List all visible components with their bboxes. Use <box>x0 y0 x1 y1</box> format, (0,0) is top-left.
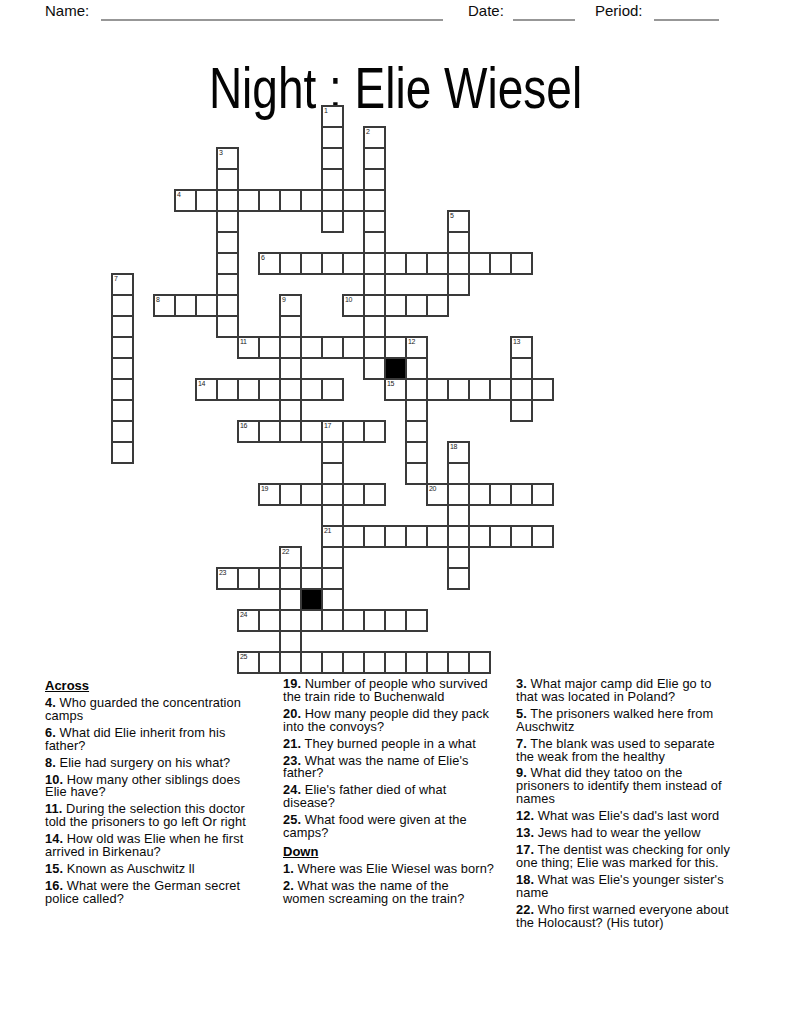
grid-cell[interactable] <box>426 252 449 275</box>
name-blank-line[interactable] <box>101 1 443 21</box>
clue-num-label: 8. <box>45 755 56 770</box>
grid-cell[interactable] <box>405 420 428 443</box>
grid-cell[interactable] <box>321 252 344 275</box>
grid-cell[interactable] <box>216 315 239 338</box>
clue-number-6: 6 <box>261 254 265 262</box>
clue-across-10: 10. How many other siblings does Elie ha… <box>45 774 261 800</box>
clue-number-2: 2 <box>366 128 370 136</box>
clue-down-7: 7. The blank was used to separate the we… <box>516 738 732 764</box>
grid-cell[interactable] <box>174 294 197 317</box>
clue-number-7: 7 <box>114 275 118 283</box>
grid-cell[interactable] <box>405 378 428 401</box>
grid-cell[interactable] <box>363 483 386 506</box>
clue-text: During the selection this doctor told th… <box>45 801 246 829</box>
grid-cell[interactable] <box>489 483 512 506</box>
clue-across-25: 25. What food were given at the camps? <box>283 814 499 840</box>
grid-cell[interactable] <box>321 504 344 527</box>
clue-text: How many people did they pack into the c… <box>283 706 489 734</box>
grid-cell[interactable] <box>216 252 239 275</box>
grid-cell[interactable] <box>384 651 407 674</box>
grid-cell[interactable] <box>405 651 428 674</box>
black-cell <box>384 357 407 380</box>
across-heading: Across <box>45 678 261 693</box>
grid-cell[interactable]: 19 <box>258 483 281 506</box>
grid-cell[interactable] <box>321 546 344 569</box>
grid-cell[interactable] <box>195 189 218 212</box>
grid-cell[interactable] <box>321 168 344 191</box>
grid-cell[interactable] <box>321 441 344 464</box>
grid-cell[interactable] <box>300 651 323 674</box>
clue-down-12: 12. What was Elie's dad's last word <box>516 810 732 823</box>
grid-cell[interactable] <box>363 231 386 254</box>
grid-cell[interactable] <box>300 567 323 590</box>
grid-cell[interactable]: 20 <box>426 483 449 506</box>
grid-cell[interactable]: 14 <box>195 378 218 401</box>
grid-cell[interactable] <box>426 651 449 674</box>
grid-cell[interactable] <box>405 252 428 275</box>
grid-cell[interactable] <box>279 378 302 401</box>
clue-text: The dentist was checking for only one th… <box>516 842 730 870</box>
grid-cell[interactable] <box>321 378 344 401</box>
grid-cell[interactable] <box>321 651 344 674</box>
clue-text: What was Elie's younger sister's name <box>516 872 724 900</box>
clue-down-17: 17. The dentist was checking for only on… <box>516 844 732 870</box>
grid-cell[interactable] <box>363 315 386 338</box>
grid-cell[interactable] <box>321 189 344 212</box>
grid-cell[interactable] <box>279 399 302 422</box>
grid-cell[interactable] <box>426 294 449 317</box>
grid-cell[interactable] <box>111 294 134 317</box>
grid-cell[interactable] <box>426 525 449 548</box>
clue-down-18: 18. What was Elie's younger sister's nam… <box>516 874 732 900</box>
grid-cell[interactable] <box>279 420 302 443</box>
grid-cell[interactable] <box>321 462 344 485</box>
clue-number-13: 13 <box>513 338 520 346</box>
grid-cell[interactable] <box>405 399 428 422</box>
grid-cell[interactable] <box>321 567 344 590</box>
grid-cell[interactable]: 9 <box>279 294 302 317</box>
clue-column-1: Across4. Who guarded the concentration c… <box>45 678 261 910</box>
grid-cell[interactable]: 24 <box>237 609 260 632</box>
grid-cell[interactable] <box>468 483 491 506</box>
grid-cell[interactable] <box>258 609 281 632</box>
clue-down-13: 13. Jews had to wear the yellow <box>516 827 732 840</box>
grid-cell[interactable] <box>300 336 323 359</box>
clue-down-2: 2. What was the name of the women scream… <box>283 880 499 906</box>
grid-cell[interactable] <box>363 273 386 296</box>
grid-cell[interactable]: 18 <box>447 441 470 464</box>
clue-across-4: 4. Who guarded the concentration camps <box>45 697 261 723</box>
grid-cell[interactable] <box>468 651 491 674</box>
clue-text: Elie's father died of what disease? <box>283 782 446 810</box>
clue-number-16: 16 <box>240 422 247 430</box>
grid-cell[interactable] <box>426 378 449 401</box>
grid-cell[interactable] <box>342 525 365 548</box>
clue-column-3: 3. What major camp did Elie go to that w… <box>516 678 732 933</box>
clue-number-25: 25 <box>240 653 247 661</box>
clue-number-8: 8 <box>156 296 160 304</box>
clue-text: What did Elie inherit from his father? <box>45 725 225 753</box>
grid-cell[interactable] <box>531 378 554 401</box>
grid-cell[interactable] <box>447 273 470 296</box>
grid-cell[interactable] <box>279 567 302 590</box>
grid-cell[interactable] <box>468 378 491 401</box>
grid-cell[interactable] <box>447 378 470 401</box>
grid-cell[interactable] <box>279 483 302 506</box>
grid-cell[interactable]: 10 <box>342 294 365 317</box>
clue-number-5: 5 <box>450 212 454 220</box>
clue-number-18: 18 <box>450 443 457 451</box>
grid-cell[interactable] <box>216 378 239 401</box>
grid-cell[interactable] <box>363 336 386 359</box>
clue-num-label: 21. <box>283 736 301 751</box>
down-heading: Down <box>283 844 499 859</box>
clue-text: Where was Elie Wiesel was born? <box>298 861 495 876</box>
clue-text: The prisoners walked here from Auschwitz <box>516 706 713 734</box>
clue-text: What was the name of the women screaming… <box>283 878 464 906</box>
grid-cell[interactable] <box>279 315 302 338</box>
clue-text: Who guarded the concentration camps <box>45 695 241 723</box>
grid-cell[interactable]: 12 <box>405 336 428 359</box>
grid-cell[interactable] <box>321 336 344 359</box>
clue-number-1: 1 <box>324 107 328 115</box>
clue-across-15: 15. Known as Auschwitz ll <box>45 863 261 876</box>
clue-number-9: 9 <box>282 296 286 304</box>
grid-cell[interactable]: 6 <box>258 252 281 275</box>
grid-cell[interactable] <box>300 252 323 275</box>
grid-cell[interactable]: 4 <box>174 189 197 212</box>
grid-cell[interactable] <box>342 336 365 359</box>
clue-num-label: 12. <box>516 808 534 823</box>
clue-number-17: 17 <box>324 422 331 430</box>
grid-cell[interactable]: 2 <box>363 126 386 149</box>
grid-cell[interactable] <box>510 378 533 401</box>
grid-cell[interactable] <box>531 525 554 548</box>
grid-cell[interactable] <box>279 252 302 275</box>
grid-cell[interactable] <box>300 189 323 212</box>
grid-cell[interactable]: 1 <box>321 105 344 128</box>
grid-cell[interactable] <box>510 357 533 380</box>
grid-cell[interactable] <box>111 315 134 338</box>
grid-cell[interactable] <box>216 273 239 296</box>
grid-cell[interactable] <box>384 525 407 548</box>
grid-cell[interactable] <box>111 441 134 464</box>
grid-cell[interactable] <box>279 609 302 632</box>
clue-across-19: 19. Number of people who survived the tr… <box>283 678 499 704</box>
clue-number-24: 24 <box>240 611 247 619</box>
grid-cell[interactable] <box>363 147 386 170</box>
grid-cell[interactable] <box>216 210 239 233</box>
clue-text: Known as Auschwitz ll <box>67 861 195 876</box>
grid-cell[interactable] <box>447 567 470 590</box>
clue-text: How many other siblings does Elie have? <box>45 772 240 800</box>
clue-number-22: 22 <box>282 548 289 556</box>
grid-cell[interactable] <box>405 441 428 464</box>
grid-cell[interactable]: 21 <box>321 525 344 548</box>
grid-cell[interactable] <box>258 378 281 401</box>
grid-cell[interactable] <box>279 336 302 359</box>
grid-cell[interactable]: 22 <box>279 546 302 569</box>
name-label: Name: <box>45 2 89 19</box>
clue-text: They burned people in a what <box>305 736 476 751</box>
grid-cell[interactable] <box>300 420 323 443</box>
grid-cell[interactable] <box>237 567 260 590</box>
clue-num-label: 13. <box>516 825 534 840</box>
grid-cell[interactable] <box>342 609 365 632</box>
grid-cell[interactable]: 7 <box>111 273 134 296</box>
clue-across-8: 8. Elie had surgery on his what? <box>45 757 261 770</box>
grid-cell[interactable] <box>321 588 344 611</box>
grid-cell[interactable] <box>405 294 428 317</box>
grid-cell[interactable] <box>195 294 218 317</box>
clue-down-5: 5. The prisoners walked here from Auschw… <box>516 708 732 734</box>
grid-cell[interactable]: 11 <box>237 336 260 359</box>
grid-cell[interactable]: 17 <box>321 420 344 443</box>
grid-cell[interactable] <box>111 357 134 380</box>
grid-cell[interactable] <box>468 252 491 275</box>
grid-cell[interactable] <box>321 126 344 149</box>
period-label: Period: <box>595 2 643 19</box>
grid-cell[interactable] <box>447 231 470 254</box>
clue-number-12: 12 <box>408 338 415 346</box>
clue-across-16: 16. What were the German secret police c… <box>45 880 261 906</box>
period-blank-line[interactable] <box>654 1 719 21</box>
clue-number-20: 20 <box>429 485 436 493</box>
grid-cell[interactable] <box>321 483 344 506</box>
clue-down-22: 22. Who first warned everyone about the … <box>516 904 732 930</box>
grid-cell[interactable] <box>300 483 323 506</box>
clue-text: What food were given at the camps? <box>283 812 467 840</box>
crossword-grid[interactable]: 1234567891011121314151617181920212223242… <box>111 105 554 674</box>
clue-text: What major camp did Elie go to that was … <box>516 676 711 704</box>
clue-number-4: 4 <box>177 191 181 199</box>
grid-cell[interactable] <box>510 525 533 548</box>
grid-cell[interactable] <box>363 357 386 380</box>
grid-cell[interactable] <box>363 651 386 674</box>
grid-cell[interactable]: 13 <box>510 336 533 359</box>
grid-cell[interactable] <box>405 525 428 548</box>
grid-cell[interactable] <box>321 147 344 170</box>
grid-cell[interactable] <box>237 378 260 401</box>
grid-cell[interactable] <box>363 609 386 632</box>
grid-cell[interactable]: 25 <box>237 651 260 674</box>
clue-number-15: 15 <box>387 380 394 388</box>
grid-cell[interactable] <box>363 525 386 548</box>
grid-cell[interactable] <box>447 546 470 569</box>
grid-cell[interactable] <box>384 336 407 359</box>
clue-text: The blank was used to separate the weak … <box>516 736 715 764</box>
grid-cell[interactable] <box>447 483 470 506</box>
clue-num-label: 15. <box>45 861 63 876</box>
clue-across-11: 11. During the selection this doctor tol… <box>45 803 261 829</box>
grid-cell[interactable]: 16 <box>237 420 260 443</box>
grid-cell[interactable] <box>342 189 365 212</box>
clue-column-2: 19. Number of people who survived the tr… <box>283 678 499 910</box>
grid-cell[interactable]: 23 <box>216 567 239 590</box>
grid-cell[interactable]: 8 <box>153 294 176 317</box>
grid-cell[interactable] <box>258 567 281 590</box>
grid-cell[interactable] <box>447 252 470 275</box>
clue-text: What was the name of Elie's father? <box>283 753 469 781</box>
date-blank-line[interactable] <box>513 1 575 21</box>
grid-cell[interactable] <box>363 252 386 275</box>
clue-down-9: 9. What did they tatoo on the prisoners … <box>516 767 732 806</box>
grid-cell[interactable] <box>258 420 281 443</box>
grid-cell[interactable] <box>300 609 323 632</box>
grid-cell[interactable] <box>279 588 302 611</box>
clue-number-23: 23 <box>219 569 226 577</box>
clue-text: Who first warned everyone about the Holo… <box>516 902 729 930</box>
grid-cell[interactable] <box>258 651 281 674</box>
clue-number-11: 11 <box>240 338 247 346</box>
clue-down-3: 3. What major camp did Elie go to that w… <box>516 678 732 704</box>
grid-cell[interactable] <box>489 525 512 548</box>
grid-cell[interactable] <box>468 525 491 548</box>
grid-cell[interactable] <box>489 378 512 401</box>
grid-cell[interactable] <box>342 252 365 275</box>
clue-text: How old was Elie when he first arrived i… <box>45 831 243 859</box>
grid-cell[interactable] <box>258 336 281 359</box>
grid-cell[interactable] <box>342 420 365 443</box>
grid-cell[interactable]: 3 <box>216 147 239 170</box>
grid-cell[interactable] <box>216 294 239 317</box>
grid-cell[interactable] <box>321 609 344 632</box>
grid-cell[interactable] <box>216 168 239 191</box>
clue-text: Number of people who survived the train … <box>283 676 488 704</box>
grid-cell[interactable] <box>405 609 428 632</box>
grid-cell[interactable] <box>111 336 134 359</box>
clue-across-14: 14. How old was Elie when he first arriv… <box>45 833 261 859</box>
clue-across-20: 20. How many people did they pack into t… <box>283 708 499 734</box>
grid-cell[interactable]: 15 <box>384 378 407 401</box>
clue-number-19: 19 <box>261 485 268 493</box>
grid-cell[interactable] <box>447 525 470 548</box>
clue-across-23: 23. What was the name of Elie's father? <box>283 755 499 781</box>
grid-cell[interactable] <box>279 630 302 653</box>
grid-cell[interactable] <box>363 168 386 191</box>
grid-cell[interactable] <box>510 399 533 422</box>
grid-cell[interactable] <box>405 462 428 485</box>
grid-cell[interactable] <box>111 399 134 422</box>
clue-text: What did they tatoo on the prisoners to … <box>516 765 722 806</box>
grid-cell[interactable] <box>216 189 239 212</box>
grid-cell[interactable] <box>258 189 281 212</box>
clue-text: Elie had surgery on his what? <box>60 755 231 770</box>
grid-cell[interactable] <box>447 504 470 527</box>
clue-across-24: 24. Elie's father died of what disease? <box>283 784 499 810</box>
grid-cell[interactable] <box>279 357 302 380</box>
clue-down-1: 1. Where was Elie Wiesel was born? <box>283 863 499 876</box>
grid-cell[interactable] <box>342 651 365 674</box>
grid-cell[interactable] <box>342 483 365 506</box>
grid-cell[interactable] <box>363 210 386 233</box>
grid-cell[interactable] <box>531 483 554 506</box>
clue-number-10: 10 <box>345 296 352 304</box>
clue-across-6: 6. What did Elie inherit from his father… <box>45 727 261 753</box>
clue-num-label: 1. <box>283 861 294 876</box>
clue-number-3: 3 <box>219 149 223 157</box>
grid-cell[interactable] <box>489 252 512 275</box>
clue-text: What were the German secret police calle… <box>45 878 240 906</box>
grid-cell[interactable] <box>216 231 239 254</box>
clue-number-14: 14 <box>198 380 205 388</box>
grid-cell[interactable] <box>405 357 428 380</box>
grid-cell[interactable] <box>384 294 407 317</box>
clue-number-21: 21 <box>324 527 331 535</box>
grid-cell[interactable] <box>384 252 407 275</box>
black-cell <box>300 588 323 611</box>
date-label: Date: <box>468 2 504 19</box>
grid-cell[interactable]: 5 <box>447 210 470 233</box>
grid-cell[interactable] <box>447 651 470 674</box>
clue-text: What was Elie's dad's last word <box>538 808 720 823</box>
grid-cell[interactable] <box>279 189 302 212</box>
grid-cell[interactable] <box>111 420 134 443</box>
grid-cell[interactable] <box>111 378 134 401</box>
clue-across-21: 21. They burned people in a what <box>283 738 499 751</box>
grid-cell[interactable] <box>510 252 533 275</box>
grid-cell[interactable] <box>363 420 386 443</box>
grid-cell[interactable] <box>300 378 323 401</box>
grid-cell[interactable] <box>447 462 470 485</box>
clue-text: Jews had to wear the yellow <box>538 825 701 840</box>
grid-cell[interactable] <box>321 210 344 233</box>
grid-cell[interactable] <box>279 651 302 674</box>
grid-cell[interactable] <box>384 609 407 632</box>
grid-cell[interactable] <box>363 294 386 317</box>
grid-cell[interactable] <box>237 189 260 212</box>
grid-cell[interactable] <box>510 483 533 506</box>
grid-cell[interactable] <box>363 189 386 212</box>
